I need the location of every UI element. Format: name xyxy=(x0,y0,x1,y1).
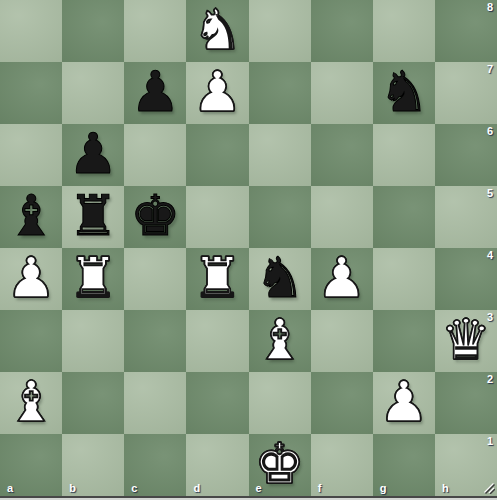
square-f7[interactable] xyxy=(311,62,373,124)
square-h3[interactable]: ♛ xyxy=(435,310,497,372)
square-f6[interactable] xyxy=(311,124,373,186)
square-f5[interactable] xyxy=(311,186,373,248)
piece-white-rook[interactable]: ♜ xyxy=(192,247,242,309)
square-g8[interactable] xyxy=(373,0,435,62)
piece-white-pawn[interactable]: ♟ xyxy=(6,247,56,309)
chess-board[interactable]: ♞♟♟♞♟♝♜♚♟♜♜♞♟♝♛♝♟♚87654321abcdefgh xyxy=(0,0,497,496)
piece-white-bishop[interactable]: ♝ xyxy=(254,309,304,371)
square-g4[interactable] xyxy=(373,248,435,310)
square-h5[interactable] xyxy=(435,186,497,248)
square-g6[interactable] xyxy=(373,124,435,186)
square-c8[interactable] xyxy=(124,0,186,62)
piece-black-rook[interactable]: ♜ xyxy=(68,185,118,247)
piece-black-knight[interactable]: ♞ xyxy=(254,247,304,309)
square-c1[interactable] xyxy=(124,434,186,496)
window-bottom-edge xyxy=(0,496,497,500)
square-d7[interactable]: ♟ xyxy=(186,62,248,124)
piece-white-queen[interactable]: ♛ xyxy=(441,309,491,371)
square-e7[interactable] xyxy=(249,62,311,124)
square-a8[interactable] xyxy=(0,0,62,62)
square-a5[interactable]: ♝ xyxy=(0,186,62,248)
piece-black-knight[interactable]: ♞ xyxy=(379,61,429,123)
piece-black-bishop[interactable]: ♝ xyxy=(6,185,56,247)
square-e2[interactable] xyxy=(249,372,311,434)
square-f4[interactable]: ♟ xyxy=(311,248,373,310)
square-e6[interactable] xyxy=(249,124,311,186)
chess-widget: ♞♟♟♞♟♝♜♚♟♜♜♞♟♝♛♝♟♚87654321abcdefgh xyxy=(0,0,497,500)
square-b6[interactable]: ♟ xyxy=(62,124,124,186)
square-c4[interactable] xyxy=(124,248,186,310)
square-a2[interactable]: ♝ xyxy=(0,372,62,434)
square-d4[interactable]: ♜ xyxy=(186,248,248,310)
square-c2[interactable] xyxy=(124,372,186,434)
square-b7[interactable] xyxy=(62,62,124,124)
piece-white-bishop[interactable]: ♝ xyxy=(6,371,56,433)
square-h7[interactable] xyxy=(435,62,497,124)
square-b1[interactable] xyxy=(62,434,124,496)
square-d6[interactable] xyxy=(186,124,248,186)
square-e5[interactable] xyxy=(249,186,311,248)
resize-grip-icon[interactable] xyxy=(483,482,495,494)
square-f8[interactable] xyxy=(311,0,373,62)
square-d3[interactable] xyxy=(186,310,248,372)
square-a1[interactable] xyxy=(0,434,62,496)
square-a4[interactable]: ♟ xyxy=(0,248,62,310)
square-g7[interactable]: ♞ xyxy=(373,62,435,124)
square-h6[interactable] xyxy=(435,124,497,186)
piece-white-king[interactable]: ♚ xyxy=(254,433,304,495)
piece-white-rook[interactable]: ♜ xyxy=(68,247,118,309)
square-b4[interactable]: ♜ xyxy=(62,248,124,310)
square-f1[interactable] xyxy=(311,434,373,496)
piece-black-king[interactable]: ♚ xyxy=(130,185,180,247)
square-b8[interactable] xyxy=(62,0,124,62)
square-c6[interactable] xyxy=(124,124,186,186)
square-d8[interactable]: ♞ xyxy=(186,0,248,62)
square-g3[interactable] xyxy=(373,310,435,372)
square-g5[interactable] xyxy=(373,186,435,248)
piece-black-pawn[interactable]: ♟ xyxy=(130,61,180,123)
square-g1[interactable] xyxy=(373,434,435,496)
square-b3[interactable] xyxy=(62,310,124,372)
square-b2[interactable] xyxy=(62,372,124,434)
square-f2[interactable] xyxy=(311,372,373,434)
square-d1[interactable] xyxy=(186,434,248,496)
square-d2[interactable] xyxy=(186,372,248,434)
square-f3[interactable] xyxy=(311,310,373,372)
piece-white-knight[interactable]: ♞ xyxy=(192,0,242,61)
square-c3[interactable] xyxy=(124,310,186,372)
square-c5[interactable]: ♚ xyxy=(124,186,186,248)
square-c7[interactable]: ♟ xyxy=(124,62,186,124)
piece-white-pawn[interactable]: ♟ xyxy=(317,247,367,309)
square-a6[interactable] xyxy=(0,124,62,186)
piece-white-pawn[interactable]: ♟ xyxy=(192,61,242,123)
square-e4[interactable]: ♞ xyxy=(249,248,311,310)
piece-black-pawn[interactable]: ♟ xyxy=(68,123,118,185)
square-e1[interactable]: ♚ xyxy=(249,434,311,496)
square-g2[interactable]: ♟ xyxy=(373,372,435,434)
square-h2[interactable] xyxy=(435,372,497,434)
square-b5[interactable]: ♜ xyxy=(62,186,124,248)
square-e8[interactable] xyxy=(249,0,311,62)
piece-white-pawn[interactable]: ♟ xyxy=(379,371,429,433)
square-a7[interactable] xyxy=(0,62,62,124)
square-e3[interactable]: ♝ xyxy=(249,310,311,372)
square-h4[interactable] xyxy=(435,248,497,310)
square-d5[interactable] xyxy=(186,186,248,248)
square-a3[interactable] xyxy=(0,310,62,372)
square-h8[interactable] xyxy=(435,0,497,62)
